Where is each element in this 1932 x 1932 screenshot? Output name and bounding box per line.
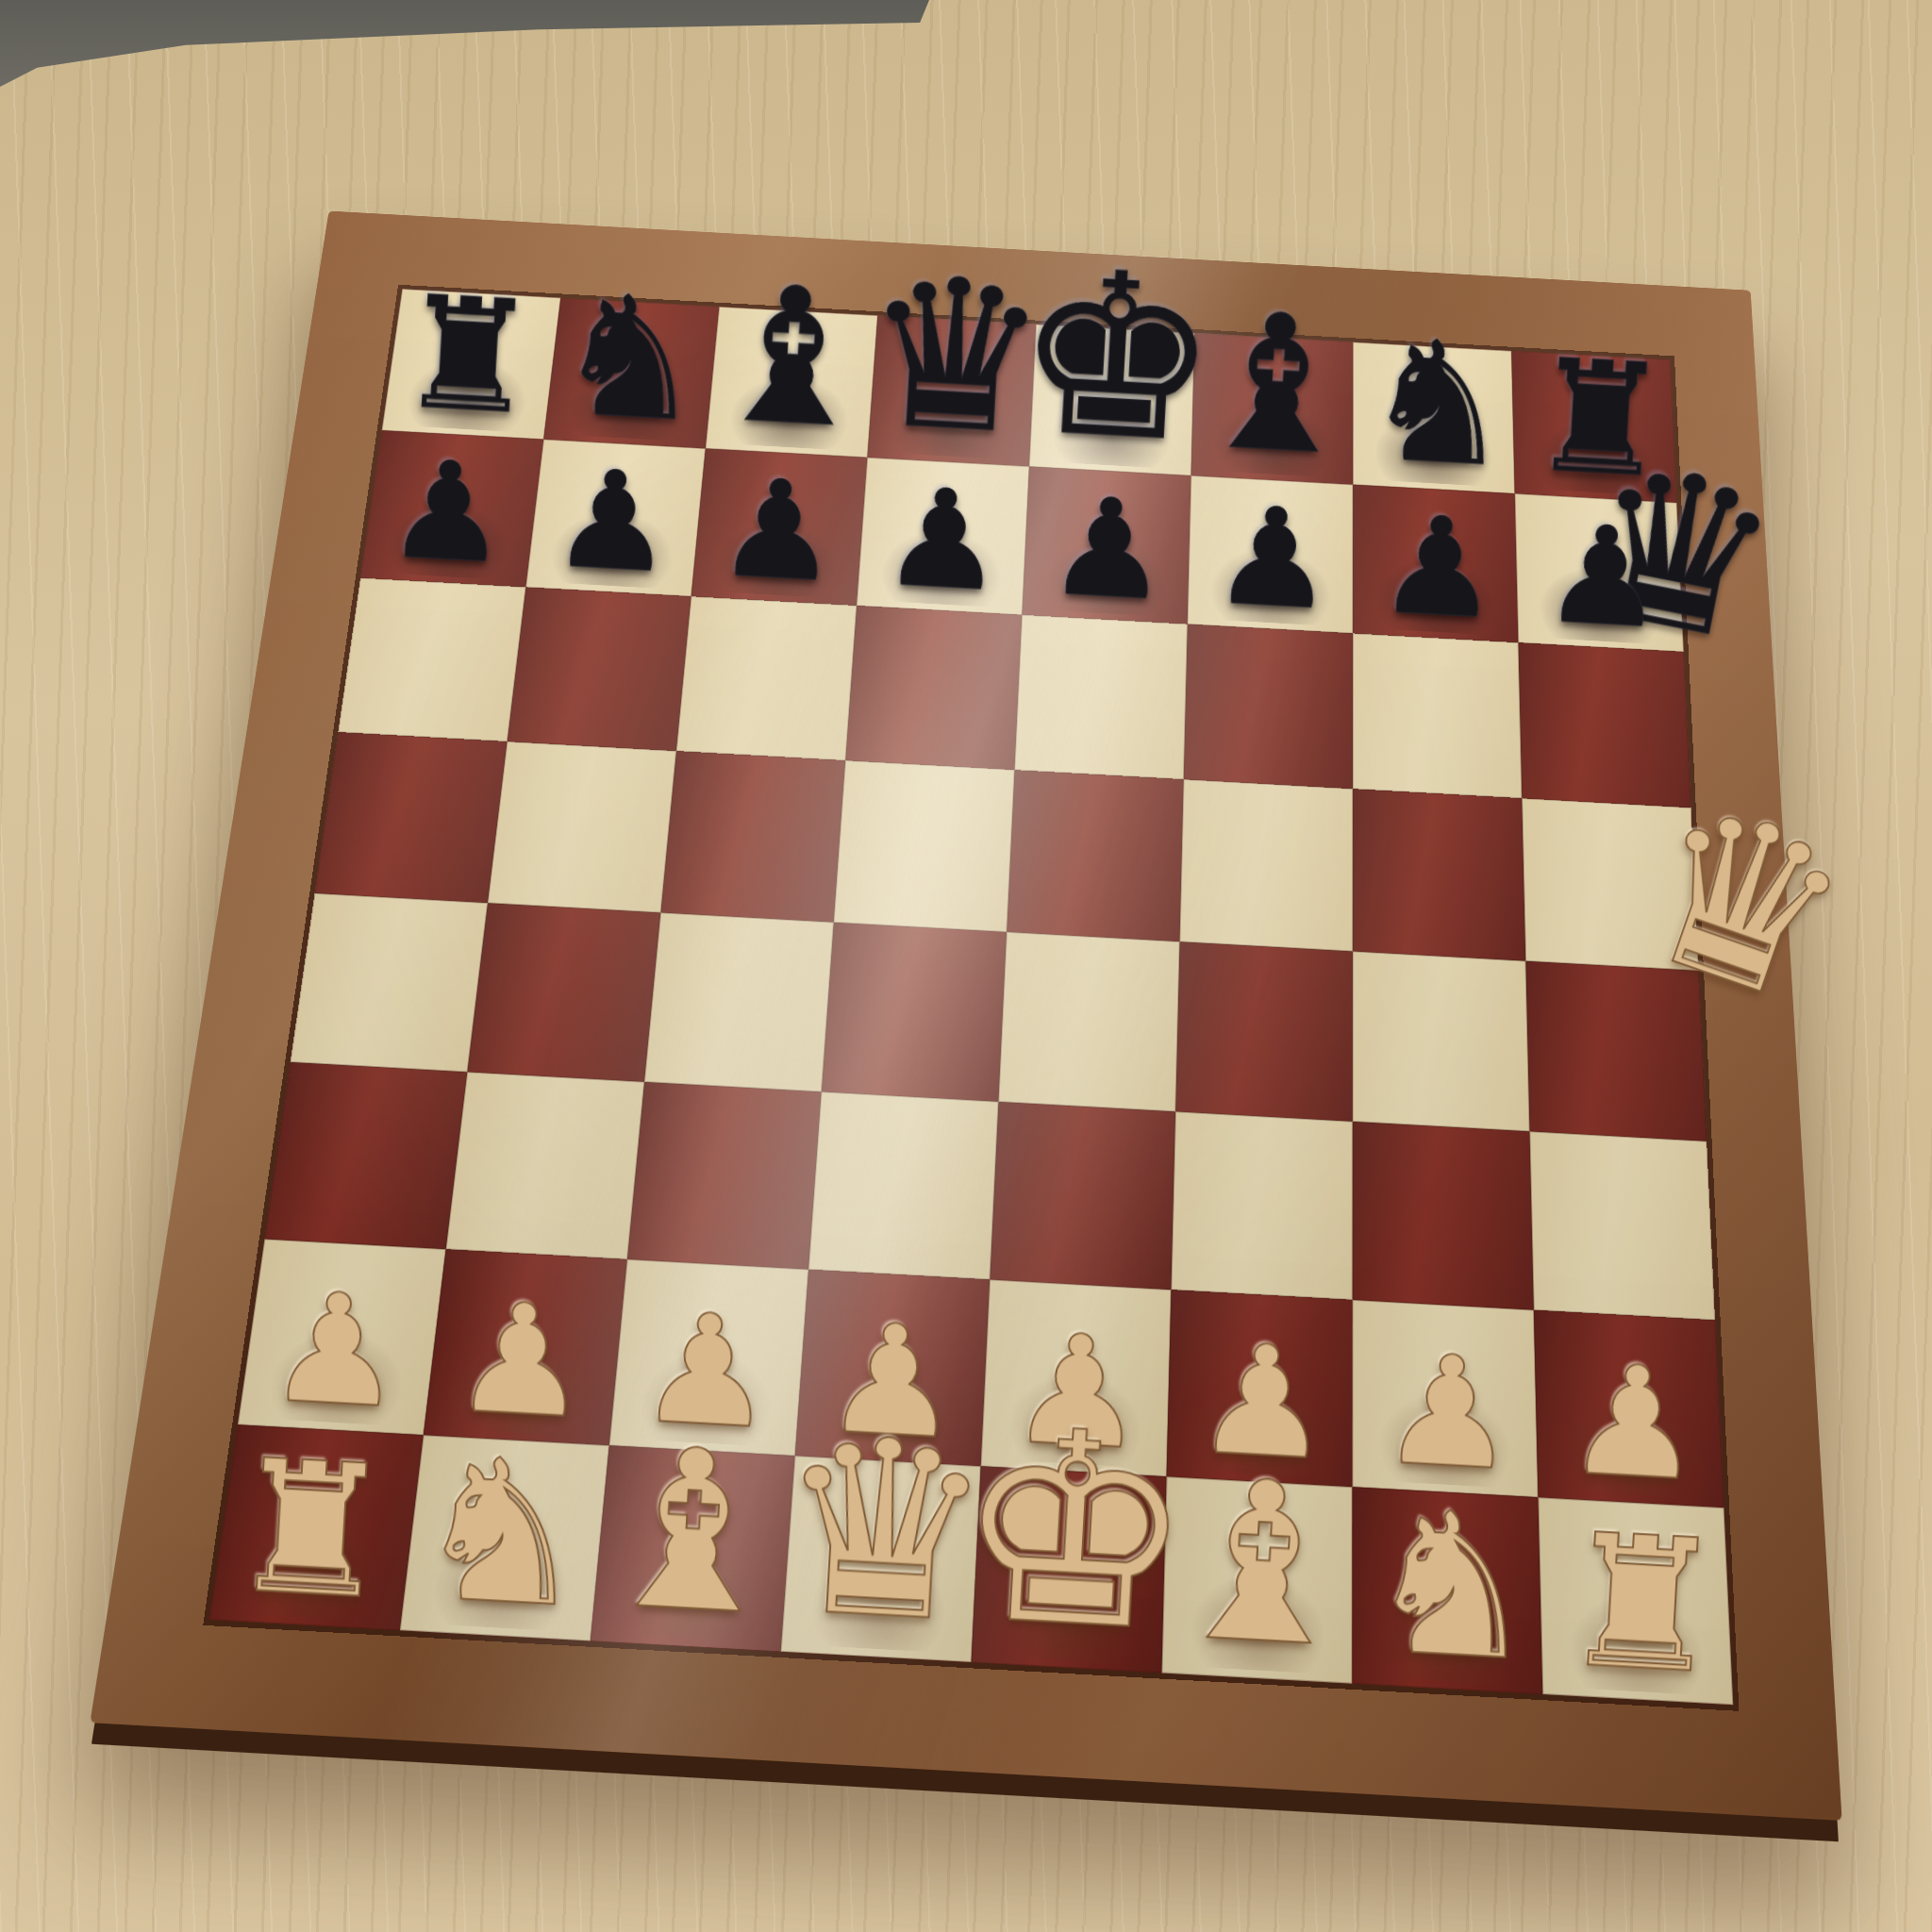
square-d1[interactable]: ♛ bbox=[781, 1456, 981, 1662]
square-a7[interactable]: ♟ bbox=[360, 430, 543, 587]
square-c7[interactable]: ♟ bbox=[691, 448, 868, 606]
square-d8[interactable]: ♛ bbox=[867, 316, 1036, 467]
black-rook-piece[interactable]: ♜ bbox=[394, 275, 541, 437]
square-d7[interactable]: ♟ bbox=[857, 458, 1029, 615]
black-knight-piece[interactable]: ♞ bbox=[1358, 316, 1518, 491]
board-field: ♜♞♝♛♚♝♞♜♟♟♟♟♟♟♟♟♟♟♟♟♟♟♟♟♜♞♝♛♚♝♞♜ bbox=[203, 285, 1739, 1711]
square-h3[interactable] bbox=[1529, 1131, 1715, 1320]
square-g4[interactable] bbox=[1353, 951, 1530, 1131]
square-a2[interactable]: ♟ bbox=[238, 1239, 446, 1435]
black-pawn-piece[interactable]: ♟ bbox=[1540, 506, 1669, 648]
white-bishop-piece[interactable]: ♝ bbox=[588, 1416, 798, 1648]
square-b3[interactable] bbox=[446, 1072, 644, 1259]
square-h4[interactable] bbox=[1525, 961, 1707, 1141]
board-frame: ♜♞♝♛♚♝♞♜♟♟♟♟♟♟♟♟♟♟♟♟♟♟♟♟♜♞♝♛♚♝♞♜ ♛♛ bbox=[90, 211, 1841, 1821]
square-e8[interactable]: ♚ bbox=[1029, 325, 1194, 475]
square-c5[interactable] bbox=[660, 751, 845, 923]
square-b7[interactable]: ♟ bbox=[525, 440, 705, 596]
square-g3[interactable] bbox=[1353, 1122, 1534, 1310]
square-e7[interactable]: ♟ bbox=[1022, 467, 1191, 625]
black-pawn-piece[interactable]: ♟ bbox=[548, 450, 677, 592]
square-c6[interactable] bbox=[676, 596, 857, 760]
square-c8[interactable]: ♝ bbox=[706, 307, 877, 458]
square-c1[interactable]: ♝ bbox=[591, 1445, 795, 1652]
square-a3[interactable] bbox=[264, 1062, 467, 1249]
square-d4[interactable] bbox=[822, 923, 1007, 1102]
square-g5[interactable] bbox=[1353, 789, 1525, 961]
square-g8[interactable]: ♞ bbox=[1353, 342, 1515, 494]
square-f8[interactable]: ♝ bbox=[1191, 333, 1354, 484]
white-queen-piece[interactable]: ♛ bbox=[768, 1404, 999, 1658]
square-a4[interactable] bbox=[291, 893, 488, 1072]
square-h7[interactable]: ♟ bbox=[1515, 493, 1684, 652]
square-c3[interactable] bbox=[627, 1082, 822, 1270]
square-b8[interactable]: ♞ bbox=[543, 298, 719, 449]
white-knight-piece[interactable]: ♞ bbox=[1358, 1483, 1546, 1690]
square-f7[interactable]: ♟ bbox=[1188, 475, 1353, 633]
square-f3[interactable] bbox=[1171, 1111, 1352, 1300]
square-b4[interactable] bbox=[467, 903, 660, 1082]
board-grid: ♜♞♝♛♚♝♞♜♟♟♟♟♟♟♟♟♟♟♟♟♟♟♟♟♜♞♝♛♚♝♞♜ bbox=[209, 289, 1733, 1705]
square-h1[interactable]: ♜ bbox=[1538, 1497, 1733, 1705]
white-rook-piece[interactable]: ♜ bbox=[1556, 1508, 1729, 1699]
white-pawn-piece[interactable]: ♟ bbox=[1562, 1342, 1707, 1502]
black-bishop-piece[interactable]: ♝ bbox=[1188, 286, 1366, 483]
black-pawn-piece[interactable]: ♟ bbox=[713, 459, 842, 602]
square-e5[interactable] bbox=[1007, 770, 1184, 941]
white-bishop-piece[interactable]: ♝ bbox=[1158, 1447, 1368, 1679]
white-knight-piece[interactable]: ♞ bbox=[408, 1430, 595, 1637]
square-f6[interactable] bbox=[1184, 625, 1353, 790]
square-h6[interactable] bbox=[1518, 642, 1690, 808]
black-pawn-piece[interactable]: ♟ bbox=[383, 441, 512, 584]
square-d3[interactable] bbox=[808, 1091, 998, 1279]
black-pawn-piece[interactable]: ♟ bbox=[1209, 488, 1339, 630]
white-rook-piece[interactable]: ♜ bbox=[225, 1434, 398, 1624]
square-f5[interactable] bbox=[1180, 779, 1353, 951]
square-e1[interactable]: ♚ bbox=[972, 1466, 1167, 1673]
square-d6[interactable] bbox=[845, 606, 1022, 770]
square-g7[interactable]: ♟ bbox=[1353, 485, 1518, 642]
square-c4[interactable] bbox=[644, 912, 834, 1091]
square-e3[interactable] bbox=[990, 1102, 1175, 1290]
square-d5[interactable] bbox=[834, 760, 1015, 932]
square-e4[interactable] bbox=[998, 932, 1179, 1111]
square-f4[interactable] bbox=[1175, 941, 1353, 1122]
white-pawn-piece[interactable]: ♟ bbox=[263, 1270, 408, 1429]
black-pawn-piece[interactable]: ♟ bbox=[879, 469, 1008, 611]
square-f1[interactable]: ♝ bbox=[1162, 1476, 1353, 1683]
square-g1[interactable]: ♞ bbox=[1352, 1487, 1542, 1694]
black-bishop-piece[interactable]: ♝ bbox=[703, 258, 881, 456]
square-a6[interactable] bbox=[338, 578, 525, 741]
black-queen-piece[interactable]: ♛ bbox=[856, 248, 1053, 465]
square-g6[interactable] bbox=[1353, 633, 1522, 798]
scene: ♜♞♝♛♚♝♞♜♟♟♟♟♟♟♟♟♟♟♟♟♟♟♟♟♜♞♝♛♚♝♞♜ ♛♛ bbox=[0, 0, 1932, 1932]
square-b6[interactable] bbox=[508, 587, 691, 751]
square-a5[interactable] bbox=[315, 732, 508, 903]
square-h2[interactable]: ♟ bbox=[1534, 1310, 1724, 1508]
square-b1[interactable]: ♞ bbox=[400, 1435, 609, 1641]
black-pawn-piece[interactable]: ♟ bbox=[1044, 478, 1174, 621]
square-e6[interactable] bbox=[1014, 615, 1187, 779]
square-a8[interactable]: ♜ bbox=[382, 289, 561, 439]
black-pawn-piece[interactable]: ♟ bbox=[1374, 496, 1504, 639]
black-knight-piece[interactable]: ♞ bbox=[550, 271, 709, 446]
square-b5[interactable] bbox=[488, 741, 676, 912]
square-a1[interactable]: ♜ bbox=[209, 1424, 424, 1630]
